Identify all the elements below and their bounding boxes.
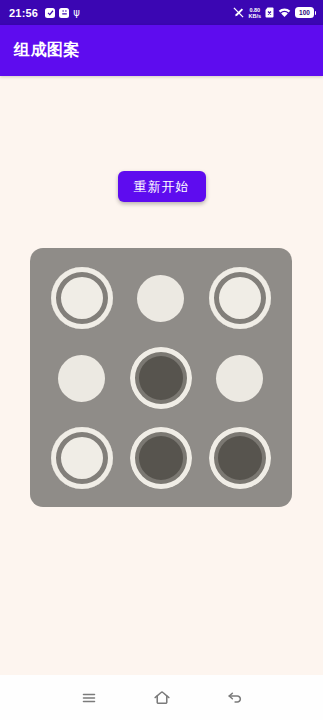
battery-indicator: 100 (295, 7, 314, 18)
net-speed-indicator: 0.80 KB/s (248, 7, 261, 19)
phone-screen: 21:56 ψ 0.80 KB/s 100 (0, 0, 323, 720)
menu-icon (78, 687, 100, 709)
status-bar: 21:56 ψ 0.80 KB/s 100 (0, 0, 323, 25)
board-cell-r2c1-ring_dark[interactable] (130, 427, 192, 489)
sd-card-missing-icon (265, 4, 274, 22)
board (30, 248, 292, 507)
stylus-off-icon (233, 4, 244, 22)
board-cell-r0c1-plain_light[interactable] (137, 275, 184, 322)
board-cell-r2c0-ring_light[interactable] (51, 427, 113, 489)
check-badge-icon (45, 8, 55, 18)
board-cell-r1c2-plain_light[interactable] (216, 355, 263, 402)
note-badge-icon (59, 8, 69, 18)
clock: 21:56 (9, 7, 38, 19)
status-bar-left: 21:56 ψ (9, 7, 80, 19)
restart-button[interactable]: 重新开始 (118, 171, 206, 202)
board-cell-r0c2-ring_light[interactable] (209, 267, 271, 329)
battery-level: 100 (299, 9, 310, 16)
usb-icon: ψ (73, 8, 80, 18)
app-bar: 组成图案 (0, 25, 323, 76)
board-cell-r1c0-plain_light[interactable] (58, 355, 105, 402)
back-icon (223, 687, 245, 709)
navigation-bar (0, 675, 323, 720)
board-cell-r1c1-ring_dark[interactable] (130, 347, 192, 409)
menu-button[interactable] (78, 687, 100, 709)
board-cell-r0c0-ring_light[interactable] (51, 267, 113, 329)
board-cell-r2c2-ring_dark[interactable] (209, 427, 271, 489)
status-bar-right: 0.80 KB/s 100 (233, 4, 314, 22)
home-icon (151, 687, 173, 709)
page-title: 组成图案 (14, 40, 80, 61)
home-button[interactable] (151, 687, 173, 709)
wifi-icon (278, 4, 291, 22)
net-speed-unit: KB/s (248, 13, 261, 19)
back-button[interactable] (223, 687, 245, 709)
